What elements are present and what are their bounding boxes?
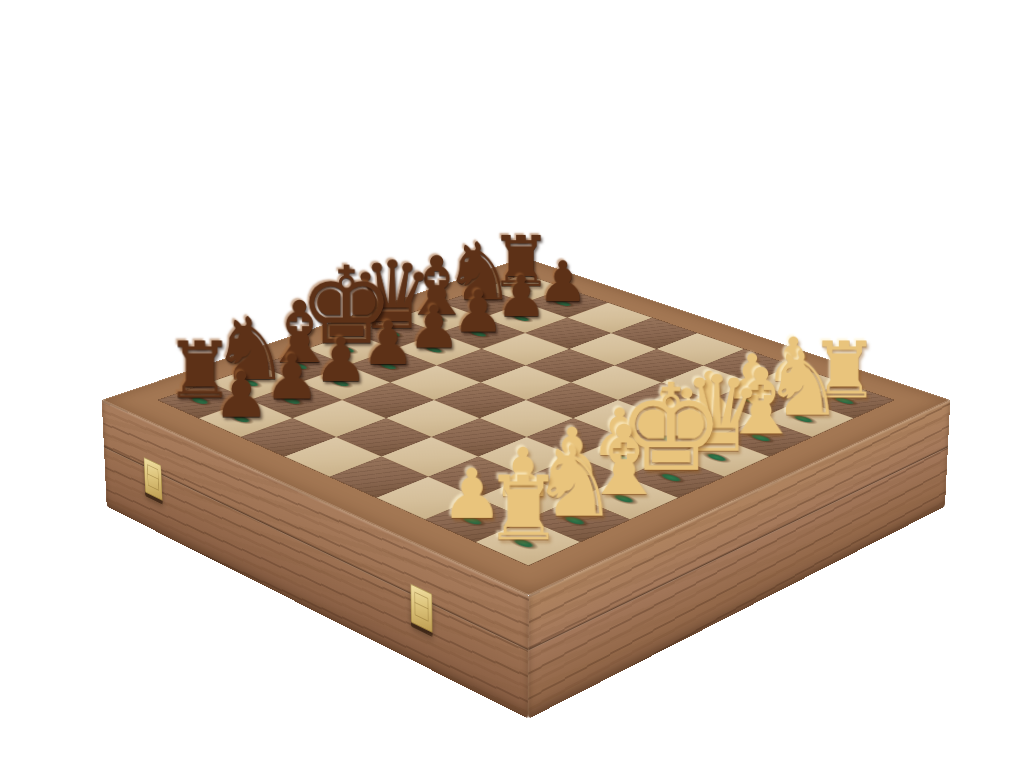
brass-clasp-icon[interactable] [144, 456, 163, 500]
piece-black-pawn[interactable]: ♟ [213, 366, 270, 423]
piece-black-pawn[interactable]: ♟ [314, 332, 369, 387]
clasp-engraving [414, 591, 428, 621]
chess-box: ♜♟♟♜♞♟♟♞♝♟♟♝♛♟♟♛♚♟♟♚♝♟♟♝♞♟♟♞♜♟♟♜ [102, 257, 951, 595]
product-photo-stage: ♜♟♟♜♞♟♟♞♝♟♟♝♛♟♟♛♚♟♟♚♝♟♟♝♞♟♟♞♜♟♟♜ [0, 0, 1024, 783]
chess-set-scene: ♜♟♟♜♞♟♟♞♝♟♟♝♛♟♟♛♚♟♟♚♝♟♟♝♞♟♟♞♜♟♟♜ [0, 0, 1024, 783]
piece-black-pawn[interactable]: ♟ [264, 349, 320, 405]
clasp-engraving [147, 463, 159, 490]
brass-clasp-icon[interactable] [410, 583, 432, 632]
piece-black-pawn[interactable]: ♟ [362, 316, 416, 370]
piece-white-rook[interactable]: ♜ [484, 468, 564, 548]
piece-black-pawn[interactable]: ♟ [408, 300, 461, 353]
